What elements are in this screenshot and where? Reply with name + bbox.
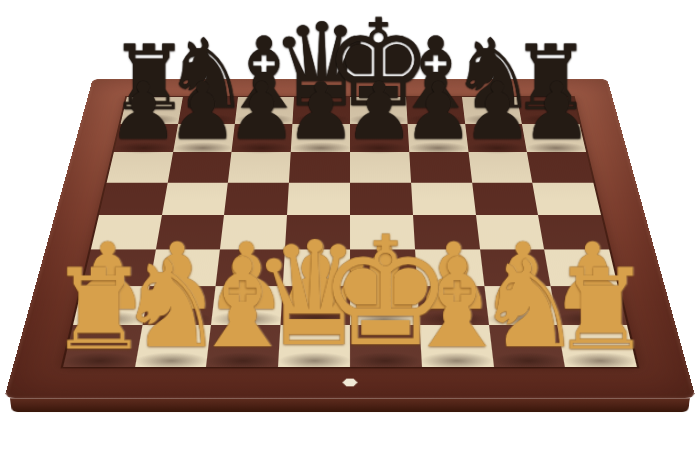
white-king-icon: ♚ [318,216,453,367]
square-e6 [350,152,411,182]
square-a5 [99,183,168,215]
square-b6 [167,152,231,182]
chess-set-photo: ♜♞♝♛♚♝♞♜♟♟♟♟♟♟♟♟♟♟♟♟♟♟♟♟♜♞♝♛♚♝♞♜ [0,0,700,453]
chess-board: ♜♞♝♛♚♝♞♜♟♟♟♟♟♟♟♟♟♟♟♟♟♟♟♟♜♞♝♛♚♝♞♜ [4,79,696,399]
square-h6 [527,152,593,182]
square-a6 [106,152,172,182]
maker-mark-dot [342,379,357,387]
white-rook-icon: ♜ [551,254,651,366]
square-h5 [533,183,602,215]
square-d6 [289,152,350,182]
square-b5 [162,183,229,215]
black-pawn-icon: ♟ [521,72,592,151]
scene: ♜♞♝♛♚♝♞♜♟♟♟♟♟♟♟♟♟♟♟♟♟♟♟♟♜♞♝♛♚♝♞♜ [0,0,700,453]
square-f6 [409,152,472,182]
square-g6 [468,152,532,182]
square-c6 [228,152,291,182]
square-g5 [472,183,539,215]
board-front-edge [10,398,690,412]
